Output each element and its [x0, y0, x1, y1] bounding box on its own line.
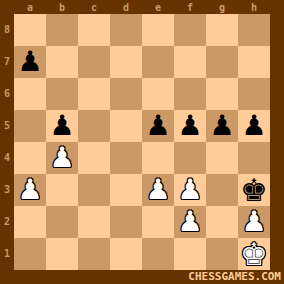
- square-d7[interactable]: [110, 46, 142, 78]
- square-h4[interactable]: [238, 142, 270, 174]
- square-b4[interactable]: ♟: [46, 142, 78, 174]
- square-b8[interactable]: [46, 14, 78, 46]
- square-g7[interactable]: [206, 46, 238, 78]
- square-g5[interactable]: ♟: [206, 110, 238, 142]
- square-e2[interactable]: [142, 206, 174, 238]
- square-d2[interactable]: [110, 206, 142, 238]
- square-d5[interactable]: [110, 110, 142, 142]
- square-e5[interactable]: ♟: [142, 110, 174, 142]
- square-h7[interactable]: [238, 46, 270, 78]
- black-pawn: ♟: [209, 110, 234, 142]
- rank-label-2: 2: [0, 206, 14, 238]
- square-c2[interactable]: [78, 206, 110, 238]
- square-a7[interactable]: ♟: [14, 46, 46, 78]
- square-h5[interactable]: ♟: [238, 110, 270, 142]
- square-e4[interactable]: [142, 142, 174, 174]
- file-label-f: f: [174, 1, 206, 14]
- square-b7[interactable]: [46, 46, 78, 78]
- square-a2[interactable]: [14, 206, 46, 238]
- square-e6[interactable]: [142, 78, 174, 110]
- square-f6[interactable]: [174, 78, 206, 110]
- file-label-c: c: [78, 1, 110, 14]
- square-a4[interactable]: [14, 142, 46, 174]
- black-pawn: ♟: [49, 110, 74, 142]
- square-d8[interactable]: [110, 14, 142, 46]
- white-pawn: ♟: [177, 174, 202, 206]
- square-h3[interactable]: ♚: [238, 174, 270, 206]
- black-pawn: ♟: [145, 110, 170, 142]
- square-f7[interactable]: [174, 46, 206, 78]
- square-d6[interactable]: [110, 78, 142, 110]
- file-label-b: b: [46, 1, 78, 14]
- square-a6[interactable]: [14, 78, 46, 110]
- white-pawn: ♟: [49, 142, 74, 174]
- square-e1[interactable]: [142, 238, 174, 270]
- square-f5[interactable]: ♟: [174, 110, 206, 142]
- square-g1[interactable]: [206, 238, 238, 270]
- white-pawn: ♟: [177, 206, 202, 238]
- white-pawn: ♟: [17, 174, 42, 206]
- square-b5[interactable]: ♟: [46, 110, 78, 142]
- square-a8[interactable]: [14, 14, 46, 46]
- square-f2[interactable]: ♟: [174, 206, 206, 238]
- square-h1[interactable]: ♚: [238, 238, 270, 270]
- square-a5[interactable]: [14, 110, 46, 142]
- square-h2[interactable]: ♟: [238, 206, 270, 238]
- square-g6[interactable]: [206, 78, 238, 110]
- square-b6[interactable]: [46, 78, 78, 110]
- square-a1[interactable]: [14, 238, 46, 270]
- square-e3[interactable]: ♟: [142, 174, 174, 206]
- square-f3[interactable]: ♟: [174, 174, 206, 206]
- white-pawn: ♟: [145, 174, 170, 206]
- square-e7[interactable]: [142, 46, 174, 78]
- square-f8[interactable]: [174, 14, 206, 46]
- square-f1[interactable]: [174, 238, 206, 270]
- square-h8[interactable]: [238, 14, 270, 46]
- square-a3[interactable]: ♟: [14, 174, 46, 206]
- rank-label-4: 4: [0, 142, 14, 174]
- white-king: ♚: [240, 238, 268, 270]
- square-f4[interactable]: [174, 142, 206, 174]
- square-e8[interactable]: [142, 14, 174, 46]
- rank-label-1: 1: [0, 238, 14, 270]
- square-c1[interactable]: [78, 238, 110, 270]
- square-g3[interactable]: [206, 174, 238, 206]
- rank-label-3: 3: [0, 174, 14, 206]
- rank-label-7: 7: [0, 46, 14, 78]
- file-label-h: h: [238, 1, 270, 14]
- square-d3[interactable]: [110, 174, 142, 206]
- file-label-g: g: [206, 1, 238, 14]
- square-c7[interactable]: [78, 46, 110, 78]
- file-label-a: a: [14, 1, 46, 14]
- square-g4[interactable]: [206, 142, 238, 174]
- black-pawn: ♟: [17, 46, 42, 78]
- black-king: ♚: [240, 174, 268, 206]
- white-pawn: ♟: [241, 206, 266, 238]
- square-c5[interactable]: [78, 110, 110, 142]
- square-h6[interactable]: [238, 78, 270, 110]
- square-c3[interactable]: [78, 174, 110, 206]
- black-pawn: ♟: [177, 110, 202, 142]
- square-b2[interactable]: [46, 206, 78, 238]
- square-b1[interactable]: [46, 238, 78, 270]
- rank-label-8: 8: [0, 14, 14, 46]
- square-g2[interactable]: [206, 206, 238, 238]
- rank-label-5: 5: [0, 110, 14, 142]
- square-b3[interactable]: [46, 174, 78, 206]
- square-d4[interactable]: [110, 142, 142, 174]
- square-c8[interactable]: [78, 14, 110, 46]
- square-c4[interactable]: [78, 142, 110, 174]
- square-c6[interactable]: [78, 78, 110, 110]
- square-d1[interactable]: [110, 238, 142, 270]
- black-pawn: ♟: [241, 110, 266, 142]
- file-label-d: d: [110, 1, 142, 14]
- chess-board: CHESSGAMES.COM abcdefgh87654321♟♟♟♟♟♟♟♟♟…: [0, 0, 284, 284]
- file-label-e: e: [142, 1, 174, 14]
- rank-label-6: 6: [0, 78, 14, 110]
- square-g8[interactable]: [206, 14, 238, 46]
